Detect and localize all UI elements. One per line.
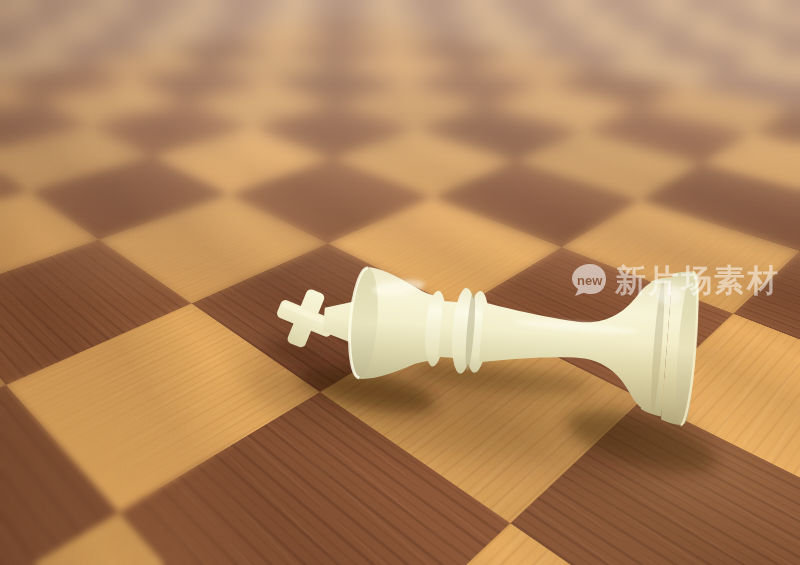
fallen-white-king bbox=[0, 0, 800, 565]
photo-stage: new 新片场素材 bbox=[0, 0, 800, 565]
